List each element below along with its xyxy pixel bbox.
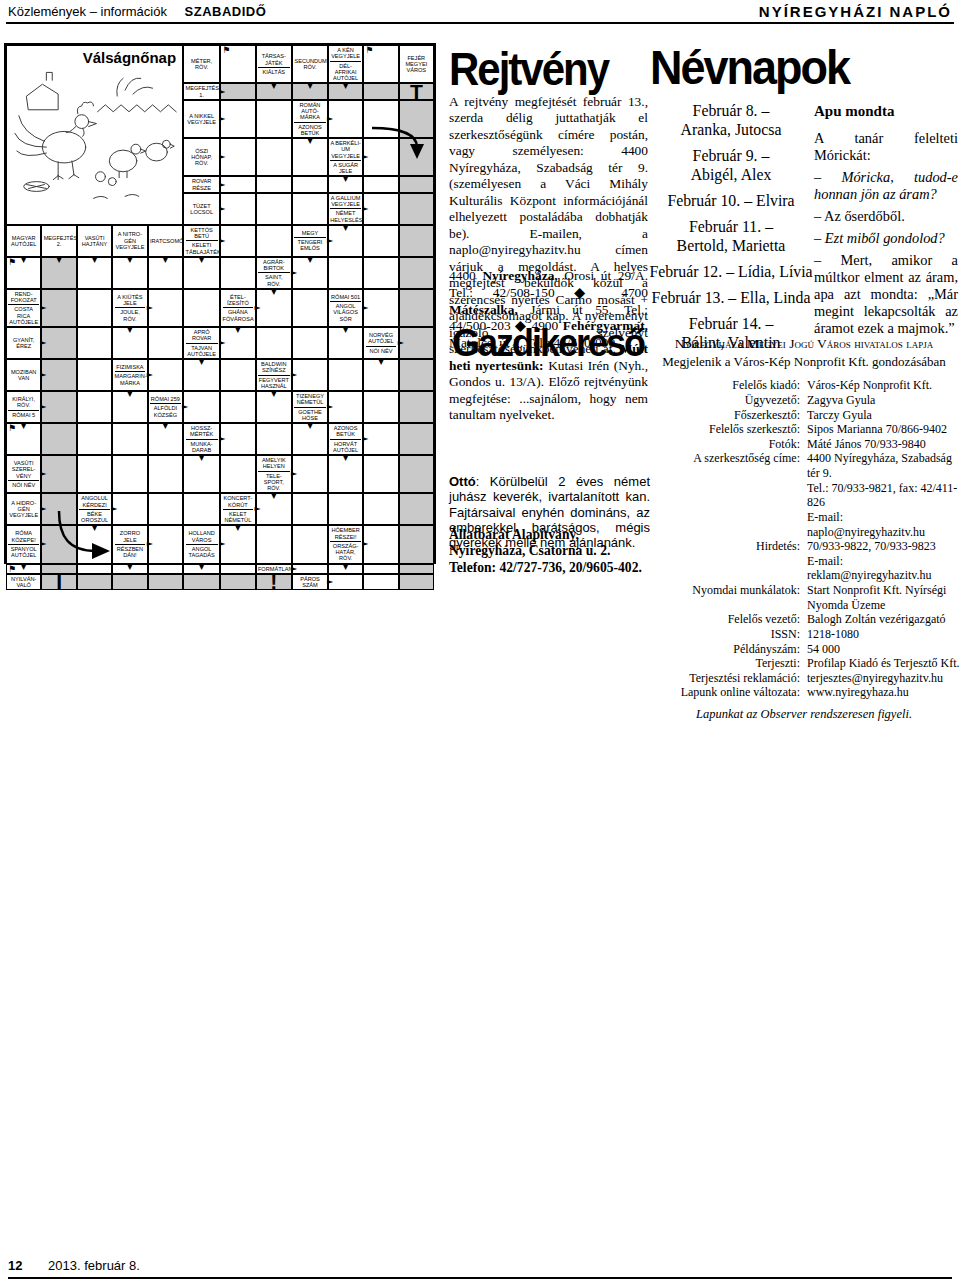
crossword-answer-cell: ► <box>363 193 398 225</box>
crossword-solution-cell <box>220 574 255 591</box>
down-arrow-icon: ▼ <box>271 82 277 90</box>
crossword-answer-cell: ►▼ <box>220 327 255 359</box>
down-arrow-icon: ▼ <box>271 492 277 500</box>
crossword-solution-cell <box>183 574 220 591</box>
crossword-answer-cell: ►▼ <box>256 289 293 327</box>
down-arrow-icon: ▼ <box>307 82 313 90</box>
crossword-answer-cell: ⚑ <box>220 45 255 83</box>
right-arrow-icon: ► <box>219 435 225 443</box>
crossword-answer-cell <box>77 289 112 327</box>
imprint-row: Fotók:Máté János 70/933-9840 <box>648 437 960 452</box>
right-arrow-icon: ► <box>40 505 46 513</box>
imprint-footnote: Lapunkat az Observer rendszeresen figyel… <box>648 707 960 722</box>
crossword-clue-cell: MEGFEJTÉS 2. <box>41 225 77 257</box>
down-arrow-icon: ▼ <box>343 82 349 90</box>
crossword-clue-cell: HOLLAND VÁROSANGOL TAGADÁS <box>183 525 220 563</box>
nameday-entry: Február 13. – Ella, Linda <box>648 289 814 308</box>
right-arrow-icon: ► <box>291 565 297 573</box>
page-number: 12 <box>8 1258 22 1273</box>
crossword-answer-cell: ▼ <box>183 564 220 574</box>
imprint-line2: Megjelenik a Város-Kép Nonprofit Kft. go… <box>648 354 960 370</box>
crossword-solution-cell <box>112 574 147 591</box>
crossword-answer-cell <box>292 493 328 525</box>
section-breadcrumb: Közlemények – információk SZABADIDŐ <box>8 4 266 19</box>
crossword-answer-cell: ▼ <box>183 455 220 493</box>
crossword-answer-cell <box>256 138 293 176</box>
right-arrow-icon: ► <box>219 115 225 123</box>
crossword-answer-cell: ▼ <box>292 138 328 176</box>
crossword-answer-cell <box>220 359 255 391</box>
down-arrow-icon: ▼ <box>56 256 62 264</box>
newspaper-page: Közlemények – információk SZABADIDŐ NYÍR… <box>0 0 960 1287</box>
crossword-answer-cell: ⚑ <box>363 45 398 83</box>
down-arrow-icon: ▼ <box>343 326 349 334</box>
down-arrow-icon: ▼ <box>271 288 277 296</box>
crossword-answer-cell: ▼ <box>77 257 112 289</box>
down-arrow-icon: ▼ <box>199 256 205 264</box>
crossword-answer-cell: ► <box>220 100 255 138</box>
crossword-solution-cell: ! <box>256 574 293 591</box>
crossword-answer-cell: ► <box>220 138 255 176</box>
joke-line: – Az őserdőből. <box>814 208 958 225</box>
crossword-answer-cell: ▼ <box>328 327 363 359</box>
crossword-solution-cell: ► <box>220 83 255 100</box>
crossword-answer-cell: ⚑▼ <box>6 257 41 289</box>
crossword-clue-cell: ŐSZI HÓNAP, RÖV. <box>183 138 220 176</box>
down-arrow-icon: ▼ <box>21 256 27 264</box>
crossword-solution-cell <box>399 574 434 591</box>
right-arrow-icon: ► <box>40 470 46 478</box>
right-arrow-icon: ► <box>255 505 261 513</box>
crossword-answer-cell <box>112 455 147 493</box>
crossword-answer-cell: ► <box>148 525 183 563</box>
crossword-answer-cell: ►▼ <box>292 257 328 289</box>
right-arrow-icon: ► <box>362 205 368 213</box>
imprint-row: Nyomdai munkálatok:Start Nonprofit Kft. … <box>648 583 960 612</box>
crossword-answer-cell <box>292 193 328 225</box>
crossword-solution-cell <box>399 193 434 225</box>
rejtveny-heading: Rejtvény <box>449 44 608 96</box>
crossword-solution-cell: ► <box>41 359 77 391</box>
crossword-solution-cell: ▼ <box>292 83 328 100</box>
right-arrow-icon: ► <box>291 269 297 277</box>
imprint-row: Ügyvezető:Zagyva Gyula <box>648 393 960 408</box>
down-arrow-icon: ▼ <box>378 358 384 366</box>
crossword-solution-cell <box>399 391 434 423</box>
right-arrow-icon: ► <box>219 181 225 189</box>
crossword-solution-cell: ► <box>41 327 77 359</box>
crossword-answer-cell: ► <box>328 574 363 591</box>
crossword-solution-cell <box>399 289 434 327</box>
crossword-solution-cell: ► <box>41 493 77 525</box>
crossword-clue-cell: FIZIMISKAMARGARIN-MÁRKA <box>112 359 147 391</box>
crossword-answer-cell <box>256 423 293 455</box>
crossword-answer-cell <box>77 327 112 359</box>
right-arrow-icon: ► <box>111 505 117 513</box>
crossword-answer-cell: ► <box>292 455 328 493</box>
masthead-title: NYÍREGYHÁZI NAPLÓ <box>759 3 952 20</box>
crossword-answer-cell: ▼ <box>77 525 112 563</box>
right-arrow-icon: ► <box>362 153 368 161</box>
crossword-clue-cell: ROVAR RÉSZE <box>183 176 220 193</box>
joke-line: – Mert, amikor a múltkor elment az áram,… <box>814 252 958 337</box>
right-arrow-icon: ► <box>219 205 225 213</box>
crossword-answer-cell: ▼ <box>112 257 147 289</box>
crossword-clue-cell: REND-FOKOZATCOSTA RICA AUTÓJELE <box>6 289 41 327</box>
imprint-row: Főszerkesztő:Tarczy Gyula <box>648 408 960 423</box>
crossword-clue-cell: VASÚTI SZEREL-VÉNYNŐI NÉV <box>6 455 41 493</box>
crossword-clue-cell: KIRÁLYI, RÖV.RÓMAI 5 <box>6 391 41 423</box>
crossword-clue-cell: HÓEMBER RÉSZEI!ORSZÁG-HATÁR, RÖV. <box>328 525 363 563</box>
imprint-row: Hirdetés:70/933-9822, 70/933-9823 <box>648 539 960 554</box>
crossword-answer-cell: ⚑▼ <box>6 564 41 574</box>
right-arrow-icon: ► <box>40 540 46 548</box>
given-letter: I <box>42 575 76 590</box>
imprint-row: ISSN:1218-1080 <box>648 627 960 642</box>
crossword-answer-cell: ►▼ <box>256 493 293 525</box>
right-arrow-icon: ► <box>219 153 225 161</box>
crossword-solution-cell <box>399 525 434 563</box>
section-title: SZABADIDŐ <box>185 4 267 19</box>
crossword-solution-cell: ► <box>41 391 77 423</box>
crossword-answer-cell: ► <box>292 359 328 391</box>
crossword-answer-cell <box>256 525 293 563</box>
nameday-entry: Február 11. –Bertold, Marietta <box>648 218 814 256</box>
right-arrow-icon: ► <box>147 540 153 548</box>
joke-line: – Móricka, tudod-e honnan jön az áram? <box>814 169 958 203</box>
joke-line: – Ezt miből gondolod? <box>814 230 958 247</box>
right-arrow-icon: ► <box>40 403 46 411</box>
crossword-answer-cell <box>220 257 255 289</box>
right-arrow-icon: ► <box>362 540 368 548</box>
gazdikereso-heading: Gazdikereső <box>452 320 644 365</box>
crossword-answer-cell: ► <box>292 564 328 574</box>
down-arrow-icon: ▼ <box>235 524 241 532</box>
crossword-answer-cell <box>77 359 112 391</box>
imprint-row: A szerkesztőség címe:4400 Nyíregyháza, S… <box>648 451 960 480</box>
crossword-answer-cell <box>256 193 293 225</box>
crossword-solution-cell <box>148 574 183 591</box>
crossword-clue-cell: A NIKKEL VEGYJELE <box>183 100 220 138</box>
right-arrow-icon: ► <box>291 371 297 379</box>
down-arrow-icon: ▼ <box>162 256 168 264</box>
given-letter: T <box>400 84 433 99</box>
right-arrow-icon: ► <box>291 470 297 478</box>
apu-mondta-body: A tanár felelteti Mórickát:– Móricka, tu… <box>814 130 958 337</box>
flag-icon: ⚑ <box>8 424 16 433</box>
imprint-row: E-mail: reklam@nyiregyhazitv.hu <box>648 554 960 583</box>
crossword-answer-cell <box>363 455 398 493</box>
crossword-answer-cell <box>220 564 255 574</box>
crossword-solution-cell <box>399 564 434 574</box>
down-arrow-icon: ▼ <box>127 390 133 398</box>
crossword-answer-cell: ► <box>220 423 255 455</box>
right-arrow-icon: ► <box>147 371 153 379</box>
right-arrow-icon: ► <box>40 304 46 312</box>
down-arrow-icon: ▼ <box>127 326 133 334</box>
crossword-answer-cell: ►▼ <box>220 525 255 563</box>
flag-icon: ⚑ <box>365 46 373 55</box>
crossword-answer-cell: ► <box>328 391 363 423</box>
right-arrow-icon: ► <box>362 304 368 312</box>
crossword-answer-cell <box>363 225 398 257</box>
crossword-clue-cell: RÓMAI 501ANGOL VILÁGOS SÖR <box>328 289 363 327</box>
crossword-answer-cell: ▼ <box>363 359 398 391</box>
down-arrow-icon: ▼ <box>92 256 98 264</box>
crossword-solution-cell: ▼ <box>328 83 363 100</box>
crossword-solution-cell: T <box>399 83 434 100</box>
crossword-clue-cell: A NITRO-GÉN VEGYJELE <box>112 225 147 257</box>
crossword-solution-cell <box>399 176 434 193</box>
nevnapok-list: Február 8. –Aranka, JutocsaFebruár 9. –A… <box>648 102 814 359</box>
down-arrow-icon: ▼ <box>343 224 349 232</box>
right-arrow-icon: ► <box>219 88 225 96</box>
nameday-entry: Február 12. – Lídia, Lívia <box>648 263 814 282</box>
crossword-answer-cell <box>363 574 398 591</box>
right-arrow-icon: ► <box>327 115 333 123</box>
down-arrow-icon: ▼ <box>92 524 98 532</box>
right-arrow-icon: ► <box>219 237 225 245</box>
crossword-answer-cell: ▼ <box>112 564 147 574</box>
imprint-row: Példányszám:54 000 <box>648 642 960 657</box>
crossword-clue-cell: KETTŐS BETŰKELETI TÁBLAJÁTÉK <box>183 225 220 257</box>
crossword-answer-cell: ► <box>220 176 255 193</box>
right-arrow-icon: ► <box>255 304 261 312</box>
crossword-clue-cell: TÜZET LOCSOL <box>183 193 220 225</box>
crossword-clue-cell: HOSSZ-MÉRTÉKMUNKA-DARAB <box>183 423 220 455</box>
crossword-answer-cell: ▼ <box>112 327 147 359</box>
crossword-answer-cell <box>220 455 255 493</box>
crossword-answer-cell: ► <box>220 225 255 257</box>
crossword-answer-cell <box>328 493 363 525</box>
crossword-clue-cell: MEGYTENGERI EMLŐS <box>292 225 328 257</box>
crossword-clue-cell: A GALLIUM VEGYJELENÉMET HELYESLÉS <box>328 193 363 225</box>
puzzle-title: Válságnőnap <box>83 49 176 66</box>
crossword-answer-cell <box>328 359 363 391</box>
gazdikereso-contact: Állatbarát Alapítvány, Nyíregyháza, Csat… <box>449 527 650 576</box>
crossword-answer-cell: ▼ <box>328 176 363 193</box>
down-arrow-icon: ▼ <box>307 422 313 430</box>
crossword-answer-cell <box>363 493 398 525</box>
crossword-answer-cell <box>148 327 183 359</box>
down-arrow-icon: ▼ <box>343 175 349 183</box>
down-arrow-icon: ▼ <box>235 326 241 334</box>
crossword-solution-cell: ► <box>399 327 434 359</box>
crossword-answer-cell: ▼ <box>148 257 183 289</box>
crossword-clue-cell: A KIÜTÉS JELEJOULE, RÖV. <box>112 289 147 327</box>
crossword-clue-cell: VASÚTI HAJTÁNY <box>77 225 112 257</box>
crossword-clue-cell: APRÓ ROVARTAJVAN AUTÓJELE <box>183 327 220 359</box>
crossword-clue-cell: FEJÉR MEGYEI VÁROS <box>399 45 434 83</box>
crossword-answer-cell: ▼ <box>112 391 147 423</box>
crossword-clue-cell: TIZENEGY NÉMETÜLGOETHE HŐSE <box>292 391 328 423</box>
down-arrow-icon: ▼ <box>199 563 205 571</box>
crossword-answer-cell <box>148 493 183 525</box>
crossword-answer-cell <box>77 423 112 455</box>
crossword-answer-cell <box>292 327 328 359</box>
crossword-answer-cell <box>292 289 328 327</box>
crossword-solution-cell: ► <box>41 289 77 327</box>
crossword-answer-cell <box>363 176 398 193</box>
imprint-row: E-mail: naplo@nyiregyhazitv.hu <box>648 510 960 539</box>
puzzle-illustration: Válságnőnap <box>6 45 183 225</box>
crossword-clue-cell: MAGYAR AUTÓJEL <box>6 225 41 257</box>
crossword-clue-cell: ZORRO JELERÉSZBEN DÁN! <box>112 525 147 563</box>
crossword-solution-cell: ► <box>41 525 77 563</box>
right-arrow-icon: ► <box>182 403 188 411</box>
crossword-grid: Válságnőnap MÉTER, RÖV.⚑TÁRSAS-JÁTÉKKIÁL… <box>4 43 436 564</box>
crossword-solution-cell: I <box>41 574 77 591</box>
crossword-answer-cell <box>363 257 398 289</box>
crossword-clue-cell: MÉTER, RÖV. <box>183 45 220 83</box>
down-arrow-icon: ▼ <box>307 137 313 145</box>
crossword-clue-cell: SECUNDUM, RÖV. <box>292 45 328 83</box>
right-arrow-icon: ► <box>327 237 333 245</box>
right-arrow-icon: ► <box>398 339 404 347</box>
crossword-clue-cell: NYILVÁN-VALÓ <box>6 574 41 591</box>
flag-icon: ⚑ <box>8 565 16 574</box>
crossword-answer-cell: ► <box>220 193 255 225</box>
crossword-answer-cell <box>183 289 220 327</box>
right-arrow-icon: ► <box>219 540 225 548</box>
nameday-entry: Február 9. –Abigél, Alex <box>648 147 814 185</box>
crossword-answer-cell <box>77 455 112 493</box>
down-arrow-icon: ▼ <box>21 422 27 430</box>
crossword-answer-cell <box>77 391 112 423</box>
rejtveny-body: A rejtvény megfejtését február 13., szer… <box>449 94 648 424</box>
imprint-rows: Felelős kiadó:Város-Kép Nonprofit Kft.Üg… <box>648 378 960 700</box>
crossword-solution-cell <box>399 138 434 176</box>
down-arrow-icon: ▼ <box>127 563 133 571</box>
imprint-row: Terjesztési reklamáció:terjesztes@nyireg… <box>648 671 960 686</box>
crossword-solution-cell <box>399 257 434 289</box>
crossword-answer-cell: ▼ <box>183 359 220 391</box>
down-arrow-icon: ▼ <box>21 563 27 571</box>
crossword-answer-cell <box>292 525 328 563</box>
imprint-line1: Nyíregyháza Megyei Jogú Város hivatalos … <box>648 336 960 352</box>
imprint-row: Tel.: 70/933-9821, fax: 42/411-826 <box>648 481 960 510</box>
right-arrow-icon: ► <box>219 339 225 347</box>
down-arrow-icon: ▼ <box>271 390 277 398</box>
crossword-answer-cell <box>77 564 112 574</box>
crossword-answer-cell <box>256 176 293 193</box>
flag-icon: ⚑ <box>8 258 16 267</box>
crossword-clue-cell: A BERKÉLI-UM VEGYJELEA SUGÁR JELE <box>328 138 363 176</box>
crossword-answer-cell: ▼ <box>183 257 220 289</box>
down-arrow-icon: ▼ <box>343 563 349 571</box>
crossword-answer-cell <box>256 100 293 138</box>
right-arrow-icon: ► <box>327 403 333 411</box>
right-arrow-icon: ► <box>147 304 153 312</box>
crossword-solution-cell: ► <box>41 455 77 493</box>
crossword-clue-cell: A HIDRO-GÉN VEGYJELE <box>6 493 41 525</box>
imprint-row: Lapunk online változata:www.nyiregyhaza.… <box>648 685 960 700</box>
crossword-clue-cell: ANGOLUL KÉRDEZIBÉKE OROSZUL <box>77 493 112 525</box>
crossword-answer-cell: ► <box>148 359 183 391</box>
crossword-clue-cell: KONCERT-KÖRÚTKELET NÉMETÜL <box>220 493 255 525</box>
nameday-entry: Február 10. – Elvira <box>648 192 814 211</box>
crossword-answer-cell: ► <box>328 100 363 138</box>
crossword-answer-cell: ► <box>112 493 147 525</box>
apu-mondta-title: Apu mondta <box>814 103 958 121</box>
crossword-clue-cell: GYANÍT, ÉREZ <box>6 327 41 359</box>
crossword-answer-cell: ▼ <box>256 391 293 423</box>
crossword-answer-cell: ► <box>363 289 398 327</box>
flag-icon: ⚑ <box>222 46 230 55</box>
crossword-clue-cell: AGRÁR-BIRTOKSAINT, RÖV. <box>256 257 293 289</box>
apu-mondta-box: Apu mondta A tanár felelteti Mórickát:– … <box>814 103 958 342</box>
crossword-solution-cell <box>399 455 434 493</box>
crossword-answer-cell: ► <box>363 423 398 455</box>
down-arrow-icon: ▼ <box>199 454 205 462</box>
crossword-clue-cell: BALDWIN SZÍNÉSZFEGYVERT HASZNÁL <box>256 359 293 391</box>
crossword-solution-cell: ▼ <box>256 83 293 100</box>
joke-line: A tanár felelteti Mórickát: <box>814 130 958 164</box>
crossword-clue-cell: RÓMAI 259ALFÖLDI KÖZSÉG <box>148 391 183 423</box>
given-letter: ! <box>257 575 292 590</box>
crossword-answer-cell <box>148 455 183 493</box>
page-date: 2013. február 8. <box>48 1258 140 1273</box>
imprint-row: Felelős vezető:Balogh Zoltán vezérigazga… <box>648 612 960 627</box>
crossword-answer-cell: ► <box>183 391 220 423</box>
down-arrow-icon: ▼ <box>127 256 133 264</box>
nevnapok-heading: Névnapok <box>650 40 849 96</box>
crossword-answer-cell <box>220 391 255 423</box>
crossword-clue-cell: ÉTEL-ÍZESÍTŐGHÁNA FŐVÁROSA <box>220 289 255 327</box>
crossword-answer-cell <box>328 257 363 289</box>
footer-rule <box>8 1277 952 1279</box>
crossword-answer-cell: ▼ <box>328 564 363 574</box>
crossword-answer-cell: ► <box>148 289 183 327</box>
right-arrow-icon: ► <box>362 435 368 443</box>
down-arrow-icon: ▼ <box>199 358 205 366</box>
imprint-row: Felelős szerkesztő:Sipos Marianna 70/866… <box>648 422 960 437</box>
crossword-solution-cell: ▼ <box>41 257 77 289</box>
imprint-box: Nyíregyháza Megyei Jogú Város hivatalos … <box>648 336 960 722</box>
right-arrow-icon: ► <box>40 371 46 379</box>
crossword-clue-cell: PÁROS SZÁM <box>292 574 328 591</box>
crossword-answer-cell: ▼ <box>148 423 183 455</box>
page-footer: 12 2013. február 8. <box>8 1258 140 1273</box>
crossword-answer-cell: ▼ <box>328 455 363 493</box>
crossword-solution-cell <box>363 83 398 100</box>
crossword-answer-cell <box>148 564 183 574</box>
crossword-solution-cell <box>41 423 77 455</box>
nameday-entry: Február 8. –Aranka, Jutocsa <box>648 102 814 140</box>
crossword-clue-cell: MEGFEJTÉS 1. <box>183 83 220 100</box>
crossword-clue-cell: AZONOS BETŰKHORVÁT AUTÓJEL <box>328 423 363 455</box>
crossword-clue-cell: NORVÉG AUTÓJELNŐI NÉV <box>363 327 398 359</box>
rooster-cartoon <box>7 46 182 224</box>
crossword-answer-cell <box>256 327 293 359</box>
down-arrow-icon: ▼ <box>162 422 168 430</box>
down-arrow-icon: ▼ <box>307 256 313 264</box>
crossword-clue-cell: RÓMA KÖZEPE!SPANYOL AUTÓJEL <box>6 525 41 563</box>
crossword-clue-cell: ROMÁN AUTÓ-MÁRKAAZONOS BETŰK <box>292 100 328 138</box>
down-arrow-icon: ▼ <box>343 454 349 462</box>
breadcrumb-label: Közlemények – információk <box>8 4 167 19</box>
right-arrow-icon: ► <box>327 578 333 586</box>
crossword-answer-cell <box>363 391 398 423</box>
crossword-solution-cell <box>77 574 112 591</box>
crossword-clue-cell: TÁRSAS-JÁTÉKKIÁLTÁS <box>256 45 293 83</box>
crossword-solution-cell <box>399 493 434 525</box>
imprint-row: Terjeszti:Profilap Kiadó és Terjesztő Kf… <box>648 656 960 671</box>
crossword-answer-cell <box>256 225 293 257</box>
crossword-answer-cell: ⚑▼ <box>6 423 41 455</box>
crossword-answer-cell <box>112 423 147 455</box>
crossword-solution-cell <box>399 100 434 138</box>
